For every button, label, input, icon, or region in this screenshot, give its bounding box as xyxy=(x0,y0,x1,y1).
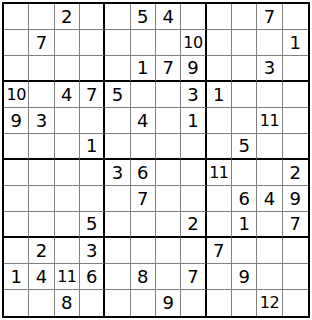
cell-r9c1-empty[interactable] xyxy=(4,212,29,238)
cell-r10c8-empty[interactable] xyxy=(181,238,206,264)
cell-r4c8-given[interactable]: 3 xyxy=(181,82,206,108)
cell-r10c6-empty[interactable] xyxy=(131,238,156,264)
cell-r12c9-empty[interactable] xyxy=(207,290,232,316)
cell-r7c10-empty[interactable] xyxy=(232,160,257,186)
cell-r6c5-empty[interactable] xyxy=(105,134,130,160)
cell-r12c12-empty[interactable] xyxy=(283,290,308,316)
cell-r12c2-empty[interactable] xyxy=(29,290,54,316)
cell-r11c7-empty[interactable] xyxy=(156,264,181,290)
cell-r3c1-empty[interactable] xyxy=(4,56,29,82)
cell-r6c10-given[interactable]: 5 xyxy=(232,134,257,160)
cell-r4c6-empty[interactable] xyxy=(131,82,156,108)
cell-r2c12-given[interactable]: 1 xyxy=(283,30,308,56)
cell-r4c7-empty[interactable] xyxy=(156,82,181,108)
cell-r8c11-given[interactable]: 4 xyxy=(257,186,282,212)
cell-r10c7-empty[interactable] xyxy=(156,238,181,264)
cell-r2c11-empty[interactable] xyxy=(257,30,282,56)
cell-r5c12-empty[interactable] xyxy=(283,108,308,134)
cell-r3c2-empty[interactable] xyxy=(29,56,54,82)
cell-r4c3-given[interactable]: 4 xyxy=(55,82,80,108)
cell-r6c2-empty[interactable] xyxy=(29,134,54,160)
cell-r12c5-empty[interactable] xyxy=(105,290,130,316)
cell-r11c12-empty[interactable] xyxy=(283,264,308,290)
cell-r3c8-given[interactable]: 9 xyxy=(181,56,206,82)
cell-r1c8-empty[interactable] xyxy=(181,4,206,30)
cell-r10c5-empty[interactable] xyxy=(105,238,130,264)
cell-r11c2-given[interactable]: 4 xyxy=(29,264,54,290)
cell-r3c12-empty[interactable] xyxy=(283,56,308,82)
cell-r11c1-given[interactable]: 1 xyxy=(4,264,29,290)
cell-r8c10-given[interactable]: 6 xyxy=(232,186,257,212)
cell-r12c3-given[interactable]: 8 xyxy=(55,290,80,316)
cell-r7c7-empty[interactable] xyxy=(156,160,181,186)
cell-r10c3-empty[interactable] xyxy=(55,238,80,264)
cell-r2c4-empty[interactable] xyxy=(80,30,105,56)
cell-r12c8-empty[interactable] xyxy=(181,290,206,316)
cell-r5c1-given[interactable]: 9 xyxy=(4,108,29,134)
cell-r1c12-empty[interactable] xyxy=(283,4,308,30)
cell-r5c9-empty[interactable] xyxy=(207,108,232,134)
cell-r5c11-given[interactable]: 11 xyxy=(257,108,282,134)
cell-r5c6-given[interactable]: 4 xyxy=(131,108,156,134)
cell-r7c11-empty[interactable] xyxy=(257,160,282,186)
cell-r9c2-empty[interactable] xyxy=(29,212,54,238)
cell-r3c10-empty[interactable] xyxy=(232,56,257,82)
cell-r4c5-given[interactable]: 5 xyxy=(105,82,130,108)
cell-r9c10-given[interactable]: 1 xyxy=(232,212,257,238)
cell-r8c4-empty[interactable] xyxy=(80,186,105,212)
cell-r9c4-given[interactable]: 5 xyxy=(80,212,105,238)
cell-r10c1-empty[interactable] xyxy=(4,238,29,264)
cell-r8c2-empty[interactable] xyxy=(29,186,54,212)
cell-r6c1-empty[interactable] xyxy=(4,134,29,160)
cell-r10c4-given[interactable]: 3 xyxy=(80,238,105,264)
cell-r4c4-given[interactable]: 7 xyxy=(80,82,105,108)
cell-r1c6-given[interactable]: 5 xyxy=(131,4,156,30)
cell-r3c7-given[interactable]: 7 xyxy=(156,56,181,82)
cell-r2c1-empty[interactable] xyxy=(4,30,29,56)
cell-r7c8-empty[interactable] xyxy=(181,160,206,186)
cell-r3c9-empty[interactable] xyxy=(207,56,232,82)
cell-r9c9-empty[interactable] xyxy=(207,212,232,238)
cell-r9c8-given[interactable]: 2 xyxy=(181,212,206,238)
cell-r4c1-given[interactable]: 10 xyxy=(4,82,29,108)
cell-r7c3-empty[interactable] xyxy=(55,160,80,186)
cell-r9c5-empty[interactable] xyxy=(105,212,130,238)
cell-r11c8-given[interactable]: 7 xyxy=(181,264,206,290)
cell-r8c7-empty[interactable] xyxy=(156,186,181,212)
cell-r2c5-empty[interactable] xyxy=(105,30,130,56)
cell-r1c9-empty[interactable] xyxy=(207,4,232,30)
cell-r1c11-given[interactable]: 7 xyxy=(257,4,282,30)
cell-r7c2-empty[interactable] xyxy=(29,160,54,186)
cell-r11c6-given[interactable]: 8 xyxy=(131,264,156,290)
cell-r10c10-empty[interactable] xyxy=(232,238,257,264)
cell-r9c3-empty[interactable] xyxy=(55,212,80,238)
cell-r9c11-empty[interactable] xyxy=(257,212,282,238)
cell-r2c7-empty[interactable] xyxy=(156,30,181,56)
cell-r5c3-empty[interactable] xyxy=(55,108,80,134)
cell-r5c5-empty[interactable] xyxy=(105,108,130,134)
sudoku-board: 2547710117931047531934111153611276495217… xyxy=(2,2,310,318)
cell-r12c6-empty[interactable] xyxy=(131,290,156,316)
cell-r12c7-given[interactable]: 9 xyxy=(156,290,181,316)
cell-r1c10-empty[interactable] xyxy=(232,4,257,30)
cell-r5c7-empty[interactable] xyxy=(156,108,181,134)
cell-r5c8-given[interactable]: 1 xyxy=(181,108,206,134)
cell-r7c9-given[interactable]: 11 xyxy=(207,160,232,186)
cell-r9c12-given[interactable]: 7 xyxy=(283,212,308,238)
cell-r11c3-given[interactable]: 11 xyxy=(55,264,80,290)
cell-r11c4-given[interactable]: 6 xyxy=(80,264,105,290)
cell-r7c5-given[interactable]: 3 xyxy=(105,160,130,186)
cell-r11c5-empty[interactable] xyxy=(105,264,130,290)
cell-r2c6-empty[interactable] xyxy=(131,30,156,56)
cell-r7c4-empty[interactable] xyxy=(80,160,105,186)
cell-r1c3-given[interactable]: 2 xyxy=(55,4,80,30)
cell-r6c4-given[interactable]: 1 xyxy=(80,134,105,160)
cell-r8c6-given[interactable]: 7 xyxy=(131,186,156,212)
cell-r9c7-empty[interactable] xyxy=(156,212,181,238)
cell-r11c9-empty[interactable] xyxy=(207,264,232,290)
cell-r6c6-empty[interactable] xyxy=(131,134,156,160)
cell-r8c9-empty[interactable] xyxy=(207,186,232,212)
cell-r7c6-given[interactable]: 6 xyxy=(131,160,156,186)
cell-r8c1-empty[interactable] xyxy=(4,186,29,212)
cell-r6c9-empty[interactable] xyxy=(207,134,232,160)
cell-r5c4-empty[interactable] xyxy=(80,108,105,134)
cell-r1c2-empty[interactable] xyxy=(29,4,54,30)
sudoku-page: 2547710117931047531934111153611276495217… xyxy=(0,0,312,320)
cell-r4c12-empty[interactable] xyxy=(283,82,308,108)
cell-r10c2-given[interactable]: 2 xyxy=(29,238,54,264)
cell-r3c6-given[interactable]: 1 xyxy=(131,56,156,82)
cell-r6c7-empty[interactable] xyxy=(156,134,181,160)
cell-r4c11-empty[interactable] xyxy=(257,82,282,108)
cell-r5c2-given[interactable]: 3 xyxy=(29,108,54,134)
cell-r2c10-empty[interactable] xyxy=(232,30,257,56)
cell-r7c1-empty[interactable] xyxy=(4,160,29,186)
cell-r9c6-empty[interactable] xyxy=(131,212,156,238)
cell-r3c4-empty[interactable] xyxy=(80,56,105,82)
cell-r1c5-empty[interactable] xyxy=(105,4,130,30)
cell-r6c8-empty[interactable] xyxy=(181,134,206,160)
cell-r10c11-empty[interactable] xyxy=(257,238,282,264)
cell-r2c2-given[interactable]: 7 xyxy=(29,30,54,56)
cell-r8c12-given[interactable]: 9 xyxy=(283,186,308,212)
cell-r6c3-empty[interactable] xyxy=(55,134,80,160)
cell-r1c7-given[interactable]: 4 xyxy=(156,4,181,30)
cell-r1c1-empty[interactable] xyxy=(4,4,29,30)
cell-r3c11-given[interactable]: 3 xyxy=(257,56,282,82)
cell-r6c11-empty[interactable] xyxy=(257,134,282,160)
cell-r12c4-empty[interactable] xyxy=(80,290,105,316)
cell-r10c12-empty[interactable] xyxy=(283,238,308,264)
cell-r5c10-empty[interactable] xyxy=(232,108,257,134)
cell-r7c12-given[interactable]: 2 xyxy=(283,160,308,186)
cell-r11c11-empty[interactable] xyxy=(257,264,282,290)
cell-r2c9-empty[interactable] xyxy=(207,30,232,56)
cell-r12c11-given[interactable]: 12 xyxy=(257,290,282,316)
cell-r1c4-empty[interactable] xyxy=(80,4,105,30)
cell-r8c5-empty[interactable] xyxy=(105,186,130,212)
cell-r3c5-empty[interactable] xyxy=(105,56,130,82)
cell-r10c9-given[interactable]: 7 xyxy=(207,238,232,264)
cell-r2c3-empty[interactable] xyxy=(55,30,80,56)
cell-r12c1-empty[interactable] xyxy=(4,290,29,316)
cell-r6c12-empty[interactable] xyxy=(283,134,308,160)
cell-r4c10-empty[interactable] xyxy=(232,82,257,108)
cell-r3c3-empty[interactable] xyxy=(55,56,80,82)
cell-r8c3-empty[interactable] xyxy=(55,186,80,212)
cell-r8c8-empty[interactable] xyxy=(181,186,206,212)
cell-r2c8-given[interactable]: 10 xyxy=(181,30,206,56)
cell-r12c10-empty[interactable] xyxy=(232,290,257,316)
cell-r4c9-given[interactable]: 1 xyxy=(207,82,232,108)
cell-r4c2-empty[interactable] xyxy=(29,82,54,108)
cell-r11c10-given[interactable]: 9 xyxy=(232,264,257,290)
